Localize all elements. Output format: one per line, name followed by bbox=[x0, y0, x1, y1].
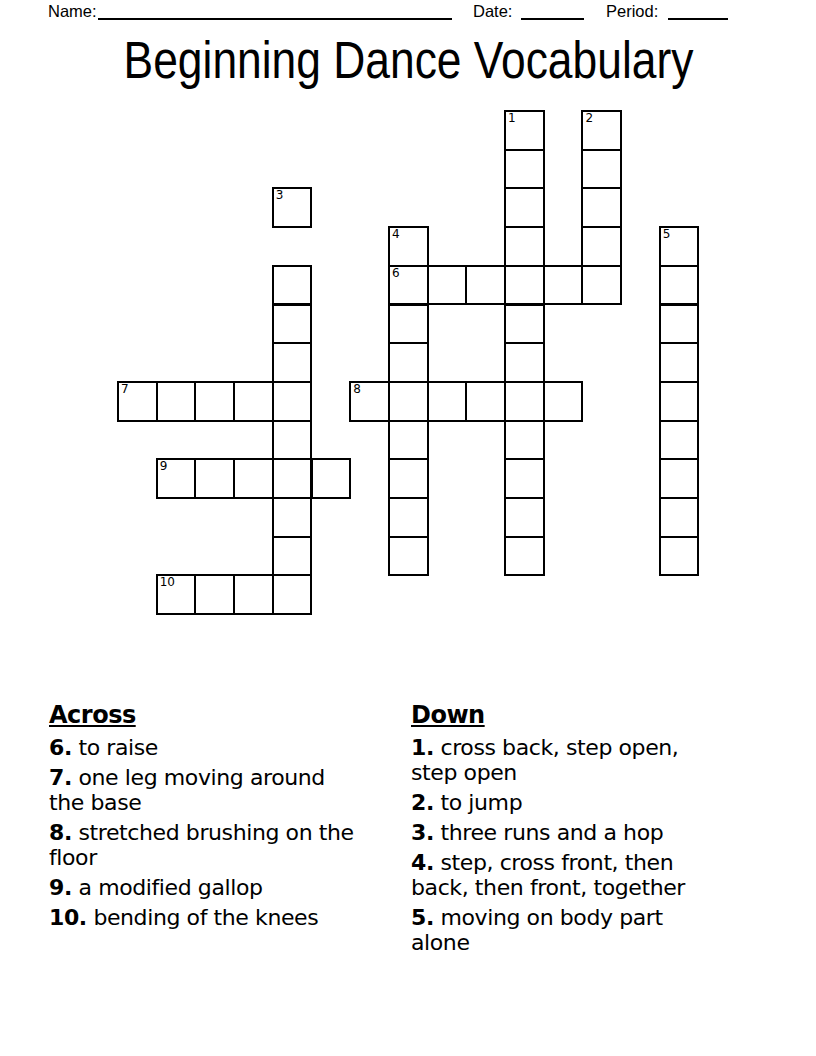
clue-text: to jump bbox=[440, 790, 522, 815]
clue-number: 9. bbox=[49, 875, 72, 900]
grid-clue-number: 9 bbox=[160, 460, 168, 472]
grid-cell[interactable] bbox=[504, 226, 545, 267]
down-clue-list: 1. cross back, step open, step open2. to… bbox=[411, 735, 803, 955]
grid-cell[interactable] bbox=[465, 265, 506, 306]
grid-cell[interactable] bbox=[272, 420, 313, 461]
clue-number: 3. bbox=[411, 820, 434, 845]
grid-cell[interactable] bbox=[272, 574, 313, 615]
grid-cell[interactable]: 4 bbox=[388, 226, 429, 267]
grid-cell[interactable] bbox=[659, 458, 700, 499]
crossword-grid: 12345678910 bbox=[0, 0, 816, 690]
grid-cell[interactable] bbox=[388, 304, 429, 345]
clue-number: 2. bbox=[411, 790, 434, 815]
grid-cell[interactable] bbox=[194, 381, 235, 422]
grid-clue-number: 4 bbox=[392, 228, 400, 240]
grid-cell[interactable] bbox=[504, 381, 545, 422]
grid-clue-number: 6 bbox=[392, 267, 400, 279]
grid-cell[interactable] bbox=[233, 381, 274, 422]
clue-number: 1. bbox=[411, 735, 434, 760]
clue-across-10: 10. bending of the knees bbox=[49, 905, 405, 930]
clue-down-4: 4. step, cross front, then back, then fr… bbox=[411, 850, 803, 900]
grid-cell[interactable] bbox=[504, 149, 545, 190]
clue-across-8: 8. stretched brushing on the floor bbox=[49, 820, 405, 870]
clue-text: cross back, step open, step open bbox=[411, 735, 678, 785]
grid-cell[interactable] bbox=[659, 265, 700, 306]
grid-cell[interactable] bbox=[156, 381, 197, 422]
grid-cell[interactable] bbox=[388, 497, 429, 538]
grid-clue-number: 8 bbox=[353, 383, 361, 395]
grid-cell[interactable]: 6 bbox=[388, 265, 429, 306]
grid-cell[interactable] bbox=[504, 187, 545, 228]
clue-number: 10. bbox=[49, 905, 87, 930]
clue-across-9: 9. a modified gallop bbox=[49, 875, 405, 900]
clue-text: three runs and a hop bbox=[440, 820, 663, 845]
grid-cell[interactable] bbox=[194, 458, 235, 499]
across-heading: Across bbox=[49, 701, 405, 729]
grid-cell[interactable] bbox=[543, 265, 584, 306]
clue-number: 5. bbox=[411, 905, 434, 930]
clue-text: a modified gallop bbox=[78, 875, 262, 900]
grid-cell[interactable] bbox=[504, 536, 545, 577]
grid-cell[interactable] bbox=[581, 149, 622, 190]
clue-down-5: 5. moving on body part alone bbox=[411, 905, 803, 955]
grid-cell[interactable] bbox=[388, 536, 429, 577]
grid-cell[interactable] bbox=[427, 381, 468, 422]
down-clues-column: Down 1. cross back, step open, step open… bbox=[411, 701, 803, 960]
grid-cell[interactable] bbox=[427, 265, 468, 306]
clue-number: 6. bbox=[49, 735, 72, 760]
clue-text: step, cross front, then back, then front… bbox=[411, 850, 685, 900]
grid-cell[interactable] bbox=[659, 420, 700, 461]
grid-cell[interactable] bbox=[272, 265, 313, 306]
grid-cell[interactable] bbox=[504, 304, 545, 345]
grid-cell[interactable] bbox=[465, 381, 506, 422]
clue-number: 8. bbox=[49, 820, 72, 845]
clue-down-3: 3. three runs and a hop bbox=[411, 820, 803, 845]
grid-clue-number: 10 bbox=[160, 576, 175, 588]
clue-number: 7. bbox=[49, 765, 72, 790]
clue-text: to raise bbox=[78, 735, 158, 760]
clue-text: moving on body part alone bbox=[411, 905, 663, 955]
grid-cell[interactable] bbox=[659, 497, 700, 538]
grid-cell[interactable] bbox=[504, 497, 545, 538]
grid-cell[interactable] bbox=[388, 381, 429, 422]
grid-cell[interactable] bbox=[504, 420, 545, 461]
grid-cell[interactable] bbox=[504, 458, 545, 499]
grid-cell[interactable] bbox=[272, 536, 313, 577]
grid-cell[interactable] bbox=[311, 458, 352, 499]
grid-cell[interactable] bbox=[233, 458, 274, 499]
grid-clue-number: 2 bbox=[585, 112, 593, 124]
grid-clue-number: 3 bbox=[276, 189, 284, 201]
worksheet-page: Name: Date: Period: Beginning Dance Voca… bbox=[0, 0, 816, 1056]
grid-cell[interactable] bbox=[388, 458, 429, 499]
grid-cell[interactable] bbox=[233, 574, 274, 615]
grid-cell[interactable]: 1 bbox=[504, 110, 545, 151]
grid-cell[interactable] bbox=[543, 381, 584, 422]
across-clue-list: 6. to raise7. one leg moving around the … bbox=[49, 735, 405, 930]
grid-cell[interactable] bbox=[504, 342, 545, 383]
clue-across-6: 6. to raise bbox=[49, 735, 405, 760]
grid-cell[interactable] bbox=[388, 342, 429, 383]
grid-cell[interactable] bbox=[581, 187, 622, 228]
grid-cell[interactable] bbox=[194, 574, 235, 615]
grid-cell[interactable] bbox=[272, 381, 313, 422]
across-clues-column: Across 6. to raise7. one leg moving arou… bbox=[49, 701, 405, 935]
grid-cell[interactable]: 9 bbox=[156, 458, 197, 499]
grid-cell[interactable]: 8 bbox=[349, 381, 390, 422]
clue-number: 4. bbox=[411, 850, 434, 875]
grid-cell[interactable] bbox=[272, 497, 313, 538]
clue-text: stretched brushing on the floor bbox=[49, 820, 354, 870]
clue-across-7: 7. one leg moving around the base bbox=[49, 765, 405, 815]
grid-cell[interactable] bbox=[659, 381, 700, 422]
grid-cell[interactable]: 7 bbox=[117, 381, 158, 422]
grid-cell[interactable] bbox=[272, 342, 313, 383]
grid-cell[interactable] bbox=[581, 226, 622, 267]
grid-cell[interactable] bbox=[272, 304, 313, 345]
grid-cell[interactable] bbox=[659, 304, 700, 345]
grid-clue-number: 7 bbox=[121, 383, 129, 395]
grid-cell[interactable] bbox=[581, 265, 622, 306]
grid-cell[interactable]: 5 bbox=[659, 226, 700, 267]
down-heading: Down bbox=[411, 701, 803, 729]
clue-down-2: 2. to jump bbox=[411, 790, 803, 815]
grid-cell[interactable] bbox=[388, 420, 429, 461]
clue-text: bending of the knees bbox=[93, 905, 318, 930]
grid-cell[interactable]: 10 bbox=[156, 574, 197, 615]
grid-clue-number: 5 bbox=[663, 228, 671, 240]
clue-text: one leg moving around the base bbox=[49, 765, 325, 815]
grid-cell[interactable] bbox=[659, 536, 700, 577]
grid-clue-number: 1 bbox=[508, 112, 516, 124]
grid-cell[interactable] bbox=[272, 458, 313, 499]
grid-cell[interactable]: 2 bbox=[581, 110, 622, 151]
grid-cell[interactable]: 3 bbox=[272, 187, 313, 228]
clue-down-1: 1. cross back, step open, step open bbox=[411, 735, 803, 785]
grid-cell[interactable] bbox=[504, 265, 545, 306]
grid-cell[interactable] bbox=[659, 342, 700, 383]
